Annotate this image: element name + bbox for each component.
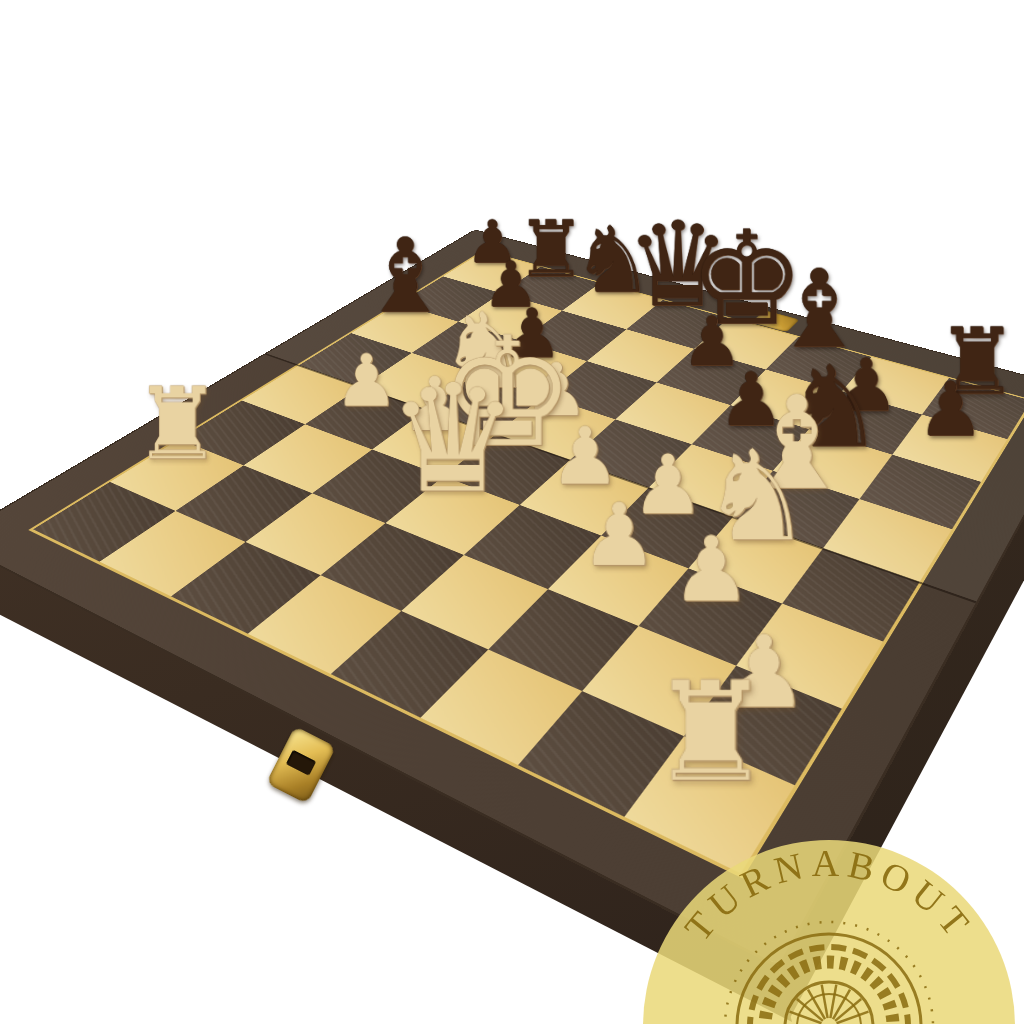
piece-dark-pawn-a8: ♟: [438, 140, 547, 272]
product-photo-scene: ♟♜♞♛♚♝♜♟♟♟♟♝♟♟♞♞♟♝♟♟♚♟♟♞♛♟♟♜♟♜ TURNABOUT: [0, 0, 1024, 1024]
turnabout-watermark-seal: TURNABOUT: [640, 838, 1024, 1024]
chess-board-surface: [33, 251, 1024, 873]
